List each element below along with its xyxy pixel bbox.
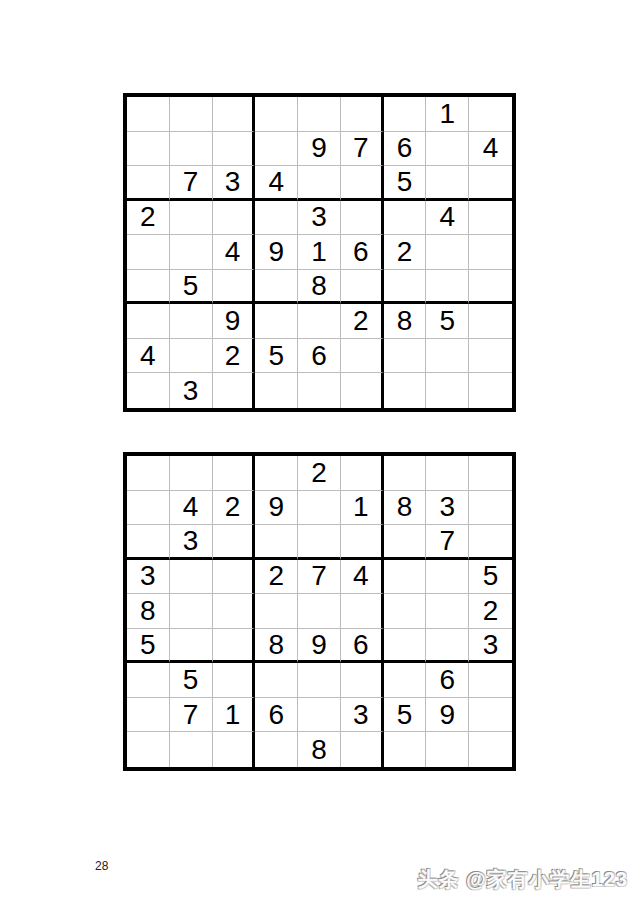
sudoku-bottom-cell-r7c6 — [341, 663, 384, 698]
watermark-text: 头条 @家有小学生123 — [418, 866, 628, 893]
sudoku-bottom-cell-r7c9 — [469, 663, 512, 698]
sudoku-bottom-cell-r5c5 — [298, 594, 341, 629]
sudoku-bottom-cell-r7c4 — [255, 663, 298, 698]
sudoku-bottom-cell-r2c4: 9 — [255, 491, 298, 526]
sudoku-top-cell-r9c6 — [341, 373, 384, 408]
sudoku-bottom-cell-r8c5 — [298, 698, 341, 733]
sudoku-top-cell-r7c5 — [298, 304, 341, 339]
sudoku-bottom-cell-r2c6: 1 — [341, 491, 384, 526]
sudoku-top-cell-r8c2 — [170, 339, 213, 374]
sudoku-top-cell-r4c6 — [341, 201, 384, 236]
sudoku-bottom-cell-r3c6 — [341, 525, 384, 560]
sudoku-grid-top: 1976473452344916258928542563 — [123, 93, 516, 412]
sudoku-top-cell-r2c6: 7 — [341, 132, 384, 167]
sudoku-top-cell-r7c8: 5 — [426, 304, 469, 339]
sudoku-top-cell-r2c5: 9 — [298, 132, 341, 167]
sudoku-top-cell-r2c7: 6 — [384, 132, 427, 167]
sudoku-top-cell-r6c9 — [469, 270, 512, 305]
sudoku-bottom-cell-r8c9 — [469, 698, 512, 733]
sudoku-bottom-cell-r6c8 — [426, 629, 469, 664]
sudoku-bottom-cell-r4c8 — [426, 560, 469, 595]
sudoku-bottom-cell-r4c9: 5 — [469, 560, 512, 595]
sudoku-top-cell-r5c7: 2 — [384, 235, 427, 270]
sudoku-top-cell-r2c4 — [255, 132, 298, 167]
sudoku-bottom-cell-r9c2 — [170, 732, 213, 767]
sudoku-top-cell-r8c7 — [384, 339, 427, 374]
sudoku-top-cell-r9c8 — [426, 373, 469, 408]
sudoku-top-cell-r3c1 — [127, 166, 170, 201]
sudoku-grid-bottom: 242918337327458258963567163598 — [123, 452, 516, 771]
sudoku-top-cell-r7c2 — [170, 304, 213, 339]
sudoku-bottom-cell-r8c7: 5 — [384, 698, 427, 733]
sudoku-bottom-cell-r4c3 — [213, 560, 256, 595]
sudoku-top-cell-r8c5: 6 — [298, 339, 341, 374]
sudoku-bottom-cell-r8c3: 1 — [213, 698, 256, 733]
sudoku-bottom-cell-r7c3 — [213, 663, 256, 698]
sudoku-top-cell-r5c5: 1 — [298, 235, 341, 270]
sudoku-top-cell-r1c2 — [170, 97, 213, 132]
sudoku-top-cell-r5c6: 6 — [341, 235, 384, 270]
sudoku-top-cell-r5c1 — [127, 235, 170, 270]
sudoku-bottom-cell-r2c8: 3 — [426, 491, 469, 526]
sudoku-bottom-cell-r6c1: 5 — [127, 629, 170, 664]
sudoku-bottom-cell-r3c7 — [384, 525, 427, 560]
sudoku-bottom-cell-r2c1 — [127, 491, 170, 526]
sudoku-bottom-cell-r5c7 — [384, 594, 427, 629]
sudoku-bottom-cell-r8c6: 3 — [341, 698, 384, 733]
sudoku-top-cell-r7c9 — [469, 304, 512, 339]
sudoku-bottom-cell-r1c6 — [341, 456, 384, 491]
sudoku-top-cell-r1c1 — [127, 97, 170, 132]
sudoku-bottom-cell-r1c7 — [384, 456, 427, 491]
sudoku-bottom-cell-r5c9: 2 — [469, 594, 512, 629]
page: 1976473452344916258928542563 24291833732… — [0, 0, 640, 906]
sudoku-bottom-cell-r3c8: 7 — [426, 525, 469, 560]
sudoku-top-cell-r2c2 — [170, 132, 213, 167]
sudoku-bottom-cell-r1c4 — [255, 456, 298, 491]
sudoku-bottom-cell-r8c1 — [127, 698, 170, 733]
sudoku-bottom-cell-r4c5: 7 — [298, 560, 341, 595]
sudoku-top-cell-r6c8 — [426, 270, 469, 305]
sudoku-bottom-cell-r3c4 — [255, 525, 298, 560]
sudoku-top-cell-r7c3: 9 — [213, 304, 256, 339]
sudoku-bottom-cell-r9c6 — [341, 732, 384, 767]
sudoku-bottom-cell-r5c4 — [255, 594, 298, 629]
sudoku-bottom-cell-r6c3 — [213, 629, 256, 664]
sudoku-bottom-cell-r7c7 — [384, 663, 427, 698]
sudoku-bottom-cell-r7c1 — [127, 663, 170, 698]
sudoku-top-cell-r6c2: 5 — [170, 270, 213, 305]
sudoku-top-cell-r1c4 — [255, 97, 298, 132]
sudoku-top-cell-r3c5 — [298, 166, 341, 201]
sudoku-bottom-cell-r7c2: 5 — [170, 663, 213, 698]
sudoku-top-cell-r7c1 — [127, 304, 170, 339]
sudoku-top-cell-r5c8 — [426, 235, 469, 270]
sudoku-bottom-cell-r9c5: 8 — [298, 732, 341, 767]
sudoku-top-cell-r1c7 — [384, 97, 427, 132]
sudoku-bottom-cell-r4c2 — [170, 560, 213, 595]
sudoku-top-cell-r1c3 — [213, 97, 256, 132]
sudoku-top-cell-r8c1: 4 — [127, 339, 170, 374]
sudoku-bottom-cell-r5c3 — [213, 594, 256, 629]
sudoku-top-cell-r6c3 — [213, 270, 256, 305]
sudoku-top-cell-r3c3: 3 — [213, 166, 256, 201]
sudoku-top-cell-r4c5: 3 — [298, 201, 341, 236]
sudoku-bottom-cell-r2c5 — [298, 491, 341, 526]
sudoku-bottom-cell-r7c5 — [298, 663, 341, 698]
sudoku-top-cell-r9c3 — [213, 373, 256, 408]
sudoku-top-cell-r5c2 — [170, 235, 213, 270]
sudoku-top-cell-r1c9 — [469, 97, 512, 132]
sudoku-bottom-cell-r4c1: 3 — [127, 560, 170, 595]
sudoku-top-cell-r5c9 — [469, 235, 512, 270]
sudoku-bottom-cell-r6c2 — [170, 629, 213, 664]
sudoku-bottom-cell-r4c4: 2 — [255, 560, 298, 595]
sudoku-bottom-cell-r1c8 — [426, 456, 469, 491]
sudoku-top-cell-r2c3 — [213, 132, 256, 167]
sudoku-bottom-cell-r6c5: 9 — [298, 629, 341, 664]
sudoku-top-cell-r4c3 — [213, 201, 256, 236]
sudoku-top-cell-r2c9: 4 — [469, 132, 512, 167]
sudoku-bottom-cell-r9c1 — [127, 732, 170, 767]
sudoku-top-cell-r8c8 — [426, 339, 469, 374]
sudoku-bottom-cell-r5c2 — [170, 594, 213, 629]
sudoku-bottom-cell-r9c8 — [426, 732, 469, 767]
sudoku-bottom-cell-r6c7 — [384, 629, 427, 664]
sudoku-bottom-cell-r6c4: 8 — [255, 629, 298, 664]
sudoku-top-cell-r4c9 — [469, 201, 512, 236]
sudoku-top-cell-r2c1 — [127, 132, 170, 167]
sudoku-top-cell-r3c4: 4 — [255, 166, 298, 201]
sudoku-top-cell-r4c1: 2 — [127, 201, 170, 236]
sudoku-bottom-cell-r9c9 — [469, 732, 512, 767]
sudoku-top-cell-r6c5: 8 — [298, 270, 341, 305]
sudoku-top-cell-r6c7 — [384, 270, 427, 305]
sudoku-top-cell-r1c5 — [298, 97, 341, 132]
sudoku-top-cell-r8c9 — [469, 339, 512, 374]
sudoku-top-cell-r9c9 — [469, 373, 512, 408]
sudoku-bottom-cell-r3c1 — [127, 525, 170, 560]
sudoku-bottom-cell-r2c2: 4 — [170, 491, 213, 526]
sudoku-bottom-cell-r3c2: 3 — [170, 525, 213, 560]
sudoku-top-cell-r2c8 — [426, 132, 469, 167]
sudoku-top-cell-r9c4 — [255, 373, 298, 408]
sudoku-top-cell-r8c6 — [341, 339, 384, 374]
sudoku-bottom-cell-r4c7 — [384, 560, 427, 595]
sudoku-top-cell-r7c4 — [255, 304, 298, 339]
sudoku-top-cell-r8c4: 5 — [255, 339, 298, 374]
sudoku-top-cell-r1c8: 1 — [426, 97, 469, 132]
sudoku-top-cell-r9c7 — [384, 373, 427, 408]
sudoku-bottom-cell-r8c8: 9 — [426, 698, 469, 733]
sudoku-bottom-cell-r5c6 — [341, 594, 384, 629]
sudoku-top-cell-r4c2 — [170, 201, 213, 236]
sudoku-bottom-cell-r5c1: 8 — [127, 594, 170, 629]
sudoku-bottom-cell-r7c8: 6 — [426, 663, 469, 698]
sudoku-bottom-cell-r3c9 — [469, 525, 512, 560]
sudoku-bottom-cell-r1c1 — [127, 456, 170, 491]
sudoku-bottom-cell-r8c2: 7 — [170, 698, 213, 733]
sudoku-top-cell-r7c6: 2 — [341, 304, 384, 339]
sudoku-bottom-cell-r2c9 — [469, 491, 512, 526]
sudoku-top-cell-r4c8: 4 — [426, 201, 469, 236]
sudoku-bottom-cell-r5c8 — [426, 594, 469, 629]
sudoku-top-cell-r6c6 — [341, 270, 384, 305]
sudoku-bottom-cell-r2c7: 8 — [384, 491, 427, 526]
sudoku-top-cell-r8c3: 2 — [213, 339, 256, 374]
sudoku-bottom-cell-r4c6: 4 — [341, 560, 384, 595]
sudoku-bottom-cell-r9c4 — [255, 732, 298, 767]
sudoku-bottom-cell-r9c7 — [384, 732, 427, 767]
sudoku-bottom-cell-r1c2 — [170, 456, 213, 491]
sudoku-top-cell-r3c8 — [426, 166, 469, 201]
sudoku-top-cell-r9c5 — [298, 373, 341, 408]
sudoku-bottom-cell-r6c6: 6 — [341, 629, 384, 664]
sudoku-bottom-cell-r2c3: 2 — [213, 491, 256, 526]
sudoku-top-cell-r5c3: 4 — [213, 235, 256, 270]
sudoku-bottom-cell-r3c5 — [298, 525, 341, 560]
sudoku-bottom-cell-r9c3 — [213, 732, 256, 767]
sudoku-bottom-cell-r1c5: 2 — [298, 456, 341, 491]
sudoku-top-cell-r5c4: 9 — [255, 235, 298, 270]
sudoku-top-cell-r4c7 — [384, 201, 427, 236]
sudoku-top-cell-r3c7: 5 — [384, 166, 427, 201]
sudoku-bottom-cell-r8c4: 6 — [255, 698, 298, 733]
sudoku-top-cell-r1c6 — [341, 97, 384, 132]
sudoku-top-cell-r3c9 — [469, 166, 512, 201]
sudoku-top-cell-r3c2: 7 — [170, 166, 213, 201]
sudoku-top-cell-r7c7: 8 — [384, 304, 427, 339]
sudoku-bottom-cell-r1c9 — [469, 456, 512, 491]
sudoku-top-cell-r4c4 — [255, 201, 298, 236]
sudoku-top-cell-r6c1 — [127, 270, 170, 305]
sudoku-top-cell-r6c4 — [255, 270, 298, 305]
page-number: 28 — [95, 859, 108, 873]
sudoku-top-cell-r9c2: 3 — [170, 373, 213, 408]
sudoku-bottom-cell-r1c3 — [213, 456, 256, 491]
sudoku-bottom-cell-r6c9: 3 — [469, 629, 512, 664]
sudoku-top-cell-r9c1 — [127, 373, 170, 408]
sudoku-bottom-cell-r3c3 — [213, 525, 256, 560]
sudoku-top-cell-r3c6 — [341, 166, 384, 201]
